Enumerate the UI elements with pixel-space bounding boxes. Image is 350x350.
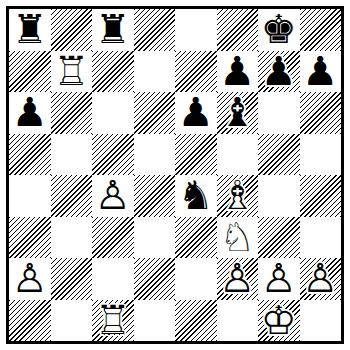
board-frame: ♜♜♜♜♚♚♜♖♟♟♟♟♟♟♟♟♟♟♝♝♟♙♞♞♝♗♞♘♟♙♟♙♟♙♟♙♜♖♚♔ <box>6 6 344 344</box>
square-d2[interactable] <box>134 258 176 300</box>
piece-glyph: ♙ <box>92 175 134 217</box>
square-h4[interactable] <box>300 175 342 217</box>
square-d1[interactable] <box>134 300 176 342</box>
piece-glyph: ♜ <box>9 9 51 51</box>
piece-bR-a8: ♜♜ <box>9 9 51 51</box>
square-e2[interactable] <box>175 258 217 300</box>
piece-wK-g1: ♚♔ <box>258 300 300 342</box>
square-c3[interactable] <box>92 217 134 259</box>
piece-glyph: ♔ <box>258 300 300 342</box>
square-c1[interactable]: ♜♖ <box>92 300 134 342</box>
piece-bB-f6: ♝♝ <box>217 92 259 134</box>
square-e8[interactable] <box>175 9 217 51</box>
square-b1[interactable] <box>51 300 93 342</box>
piece-bP-a6: ♟♟ <box>9 92 51 134</box>
piece-glyph: ♗ <box>217 175 259 217</box>
square-d6[interactable] <box>134 92 176 134</box>
piece-glyph: ♟ <box>175 92 217 134</box>
square-f6[interactable]: ♝♝ <box>217 92 259 134</box>
piece-wN-f3: ♞♘ <box>217 217 259 259</box>
square-g4[interactable] <box>258 175 300 217</box>
square-b3[interactable] <box>51 217 93 259</box>
piece-bN-e4: ♞♞ <box>175 175 217 217</box>
piece-wP-a2: ♟♙ <box>9 258 51 300</box>
square-f4[interactable]: ♝♗ <box>217 175 259 217</box>
square-g7[interactable]: ♟♟ <box>258 51 300 93</box>
square-a3[interactable] <box>9 217 51 259</box>
square-f2[interactable]: ♟♙ <box>217 258 259 300</box>
piece-glyph: ♞ <box>175 175 217 217</box>
piece-bP-h7: ♟♟ <box>300 51 342 93</box>
piece-glyph: ♙ <box>300 258 342 300</box>
square-h8[interactable] <box>300 9 342 51</box>
square-c5[interactable] <box>92 134 134 176</box>
square-b5[interactable] <box>51 134 93 176</box>
chess-diagram: ♜♜♜♜♚♚♜♖♟♟♟♟♟♟♟♟♟♟♝♝♟♙♞♞♝♗♞♘♟♙♟♙♟♙♟♙♜♖♚♔ <box>0 0 350 350</box>
square-a4[interactable] <box>9 175 51 217</box>
square-d4[interactable] <box>134 175 176 217</box>
square-c7[interactable] <box>92 51 134 93</box>
piece-wP-h2: ♟♙ <box>300 258 342 300</box>
piece-bR-c8: ♜♜ <box>92 9 134 51</box>
square-h5[interactable] <box>300 134 342 176</box>
square-c8[interactable]: ♜♜ <box>92 9 134 51</box>
piece-wR-b7: ♜♖ <box>51 51 93 93</box>
square-a7[interactable] <box>9 51 51 93</box>
piece-glyph: ♙ <box>217 258 259 300</box>
piece-wP-c4: ♟♙ <box>92 175 134 217</box>
square-g6[interactable] <box>258 92 300 134</box>
piece-glyph: ♜ <box>92 9 134 51</box>
piece-glyph: ♙ <box>258 258 300 300</box>
square-e1[interactable] <box>175 300 217 342</box>
piece-glyph: ♖ <box>92 300 134 342</box>
square-c6[interactable] <box>92 92 134 134</box>
piece-bP-g7: ♟♟ <box>258 51 300 93</box>
square-e3[interactable] <box>175 217 217 259</box>
piece-bK-g8: ♚♚ <box>258 9 300 51</box>
square-e7[interactable] <box>175 51 217 93</box>
square-d5[interactable] <box>134 134 176 176</box>
piece-glyph: ♚ <box>258 9 300 51</box>
square-c4[interactable]: ♟♙ <box>92 175 134 217</box>
square-f1[interactable] <box>217 300 259 342</box>
piece-glyph: ♘ <box>217 217 259 259</box>
square-d8[interactable] <box>134 9 176 51</box>
square-h3[interactable] <box>300 217 342 259</box>
square-h1[interactable] <box>300 300 342 342</box>
piece-glyph: ♟ <box>9 92 51 134</box>
square-h6[interactable] <box>300 92 342 134</box>
piece-glyph: ♟ <box>300 51 342 93</box>
square-e4[interactable]: ♞♞ <box>175 175 217 217</box>
piece-glyph: ♙ <box>9 258 51 300</box>
square-a6[interactable]: ♟♟ <box>9 92 51 134</box>
square-b8[interactable] <box>51 9 93 51</box>
square-h2[interactable]: ♟♙ <box>300 258 342 300</box>
square-f3[interactable]: ♞♘ <box>217 217 259 259</box>
square-f8[interactable] <box>217 9 259 51</box>
square-g2[interactable]: ♟♙ <box>258 258 300 300</box>
square-g1[interactable]: ♚♔ <box>258 300 300 342</box>
piece-wP-f2: ♟♙ <box>217 258 259 300</box>
square-a5[interactable] <box>9 134 51 176</box>
square-f7[interactable]: ♟♟ <box>217 51 259 93</box>
square-e6[interactable]: ♟♟ <box>175 92 217 134</box>
square-g5[interactable] <box>258 134 300 176</box>
piece-wR-c1: ♜♖ <box>92 300 134 342</box>
square-b7[interactable]: ♜♖ <box>51 51 93 93</box>
square-e5[interactable] <box>175 134 217 176</box>
square-b4[interactable] <box>51 175 93 217</box>
piece-glyph: ♟ <box>258 51 300 93</box>
piece-wP-g2: ♟♙ <box>258 258 300 300</box>
square-g8[interactable]: ♚♚ <box>258 9 300 51</box>
chess-board: ♜♜♜♜♚♚♜♖♟♟♟♟♟♟♟♟♟♟♝♝♟♙♞♞♝♗♞♘♟♙♟♙♟♙♟♙♜♖♚♔ <box>9 9 341 341</box>
square-h7[interactable]: ♟♟ <box>300 51 342 93</box>
square-a2[interactable]: ♟♙ <box>9 258 51 300</box>
square-a8[interactable]: ♜♜ <box>9 9 51 51</box>
piece-bP-e6: ♟♟ <box>175 92 217 134</box>
piece-glyph: ♖ <box>51 51 93 93</box>
square-d3[interactable] <box>134 217 176 259</box>
square-f5[interactable] <box>217 134 259 176</box>
square-b6[interactable] <box>51 92 93 134</box>
square-c2[interactable] <box>92 258 134 300</box>
piece-glyph: ♟ <box>217 51 259 93</box>
square-b2[interactable] <box>51 258 93 300</box>
square-a1[interactable] <box>9 300 51 342</box>
square-d7[interactable] <box>134 51 176 93</box>
piece-bP-f7: ♟♟ <box>217 51 259 93</box>
square-g3[interactable] <box>258 217 300 259</box>
piece-glyph: ♝ <box>217 92 259 134</box>
piece-wB-f4: ♝♗ <box>217 175 259 217</box>
